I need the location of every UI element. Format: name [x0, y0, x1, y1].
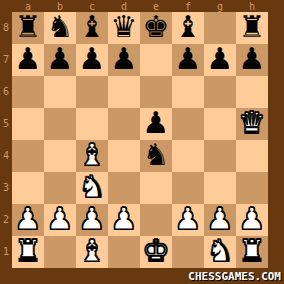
square-c1[interactable]: ♝ — [76, 236, 108, 268]
square-c2[interactable]: ♟ — [76, 204, 108, 236]
rank-label-6: 6 — [0, 76, 12, 108]
square-a6[interactable] — [12, 76, 44, 108]
site-watermark: CHESSGAMES.COM — [188, 270, 281, 283]
square-c5[interactable] — [76, 108, 108, 140]
white-rook: ♜ — [239, 235, 266, 267]
square-g2[interactable]: ♟ — [204, 204, 236, 236]
square-g3[interactable] — [204, 172, 236, 204]
square-c7[interactable]: ♟ — [76, 44, 108, 76]
white-pawn: ♟ — [111, 203, 138, 235]
white-bishop: ♝ — [79, 235, 106, 267]
square-h7[interactable]: ♟ — [236, 44, 268, 76]
square-h5[interactable]: ♛ — [236, 108, 268, 140]
square-a4[interactable] — [12, 140, 44, 172]
square-c8[interactable]: ♝ — [76, 12, 108, 44]
square-g7[interactable]: ♟ — [204, 44, 236, 76]
square-c6[interactable] — [76, 76, 108, 108]
square-f2[interactable]: ♟ — [172, 204, 204, 236]
black-king: ♚ — [143, 11, 170, 43]
rank-label-2: 2 — [0, 204, 12, 236]
square-a3[interactable] — [12, 172, 44, 204]
rank-label-3: 3 — [0, 172, 12, 204]
square-f8[interactable]: ♝ — [172, 12, 204, 44]
white-rook: ♜ — [15, 235, 42, 267]
black-bishop: ♝ — [79, 11, 106, 43]
square-h3[interactable] — [236, 172, 268, 204]
white-pawn: ♟ — [239, 203, 266, 235]
rank-label-5: 5 — [0, 108, 12, 140]
black-pawn: ♟ — [175, 43, 202, 75]
square-a2[interactable]: ♟ — [12, 204, 44, 236]
chess-diagram: a b c d e f g h 8 7 6 5 4 3 2 1 ♜♞♝♛♚♝♜♟… — [0, 0, 284, 284]
square-b3[interactable] — [44, 172, 76, 204]
square-a5[interactable] — [12, 108, 44, 140]
square-c4[interactable]: ♝ — [76, 140, 108, 172]
rank-labels: 8 7 6 5 4 3 2 1 — [0, 12, 12, 268]
square-b7[interactable]: ♟ — [44, 44, 76, 76]
square-b2[interactable]: ♟ — [44, 204, 76, 236]
square-b1[interactable] — [44, 236, 76, 268]
white-queen: ♛ — [239, 107, 266, 139]
square-d7[interactable]: ♟ — [108, 44, 140, 76]
square-a1[interactable]: ♜ — [12, 236, 44, 268]
square-a8[interactable]: ♜ — [12, 12, 44, 44]
rank-label-8: 8 — [0, 12, 12, 44]
square-e1[interactable]: ♚ — [140, 236, 172, 268]
square-g8[interactable] — [204, 12, 236, 44]
square-d4[interactable] — [108, 140, 140, 172]
chess-board: ♜♞♝♛♚♝♜♟♟♟♟♟♟♟♟♛♝♞♞♟♟♟♟♟♟♟♜♝♚♞♜ — [12, 12, 268, 268]
square-e8[interactable]: ♚ — [140, 12, 172, 44]
rank-label-4: 4 — [0, 140, 12, 172]
square-e2[interactable] — [140, 204, 172, 236]
black-pawn: ♟ — [239, 43, 266, 75]
rank-label-1: 1 — [0, 236, 12, 268]
square-e4[interactable]: ♞ — [140, 140, 172, 172]
square-b8[interactable]: ♞ — [44, 12, 76, 44]
square-g5[interactable] — [204, 108, 236, 140]
square-b5[interactable] — [44, 108, 76, 140]
square-f6[interactable] — [172, 76, 204, 108]
square-f1[interactable] — [172, 236, 204, 268]
white-king: ♚ — [143, 235, 170, 267]
white-knight: ♞ — [207, 235, 234, 267]
square-g1[interactable]: ♞ — [204, 236, 236, 268]
square-e6[interactable] — [140, 76, 172, 108]
square-f3[interactable] — [172, 172, 204, 204]
white-pawn: ♟ — [79, 203, 106, 235]
square-h2[interactable]: ♟ — [236, 204, 268, 236]
square-e7[interactable] — [140, 44, 172, 76]
square-d1[interactable] — [108, 236, 140, 268]
square-d8[interactable]: ♛ — [108, 12, 140, 44]
black-bishop: ♝ — [175, 11, 202, 43]
white-pawn: ♟ — [207, 203, 234, 235]
square-g6[interactable] — [204, 76, 236, 108]
black-pawn: ♟ — [111, 43, 138, 75]
black-pawn: ♟ — [143, 107, 170, 139]
square-b6[interactable] — [44, 76, 76, 108]
black-knight: ♞ — [143, 139, 170, 171]
square-h1[interactable]: ♜ — [236, 236, 268, 268]
white-knight: ♞ — [79, 171, 106, 203]
black-pawn: ♟ — [47, 43, 74, 75]
black-pawn: ♟ — [207, 43, 234, 75]
black-rook: ♜ — [15, 11, 42, 43]
square-f4[interactable] — [172, 140, 204, 172]
square-e3[interactable] — [140, 172, 172, 204]
white-pawn: ♟ — [47, 203, 74, 235]
black-knight: ♞ — [47, 11, 74, 43]
white-bishop: ♝ — [79, 139, 106, 171]
white-pawn: ♟ — [15, 203, 42, 235]
square-d5[interactable] — [108, 108, 140, 140]
black-pawn: ♟ — [79, 43, 106, 75]
white-pawn: ♟ — [175, 203, 202, 235]
rank-label-7: 7 — [0, 44, 12, 76]
square-h6[interactable] — [236, 76, 268, 108]
square-g4[interactable] — [204, 140, 236, 172]
square-h4[interactable] — [236, 140, 268, 172]
square-f7[interactable]: ♟ — [172, 44, 204, 76]
black-pawn: ♟ — [15, 43, 42, 75]
black-rook: ♜ — [239, 11, 266, 43]
black-queen: ♛ — [111, 11, 138, 43]
square-e5[interactable]: ♟ — [140, 108, 172, 140]
square-c3[interactable]: ♞ — [76, 172, 108, 204]
square-d6[interactable] — [108, 76, 140, 108]
square-h8[interactable]: ♜ — [236, 12, 268, 44]
square-f5[interactable] — [172, 108, 204, 140]
square-d2[interactable]: ♟ — [108, 204, 140, 236]
square-d3[interactable] — [108, 172, 140, 204]
square-b4[interactable] — [44, 140, 76, 172]
square-a7[interactable]: ♟ — [12, 44, 44, 76]
